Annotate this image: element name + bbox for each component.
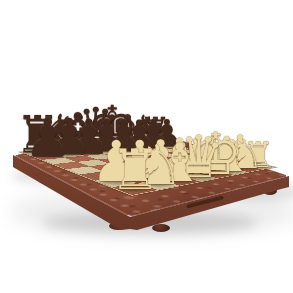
piece-black-pawn-a7[interactable]: ♟ [22, 112, 75, 165]
chess-set-product-photo: ♜♞♝♛♚♝♞♜♟♟♟♟♟♟♟♟♟♟♟♟♟♟♟♟♜♞♝♛♚♝♞♜ [0, 0, 293, 293]
piece-white-rook-a1[interactable]: ♜ [107, 142, 163, 198]
pieces-layer: ♜♞♝♛♚♝♞♜♟♟♟♟♟♟♟♟♟♟♟♟♟♟♟♟♜♞♝♛♚♝♞♜ [0, 0, 293, 293]
